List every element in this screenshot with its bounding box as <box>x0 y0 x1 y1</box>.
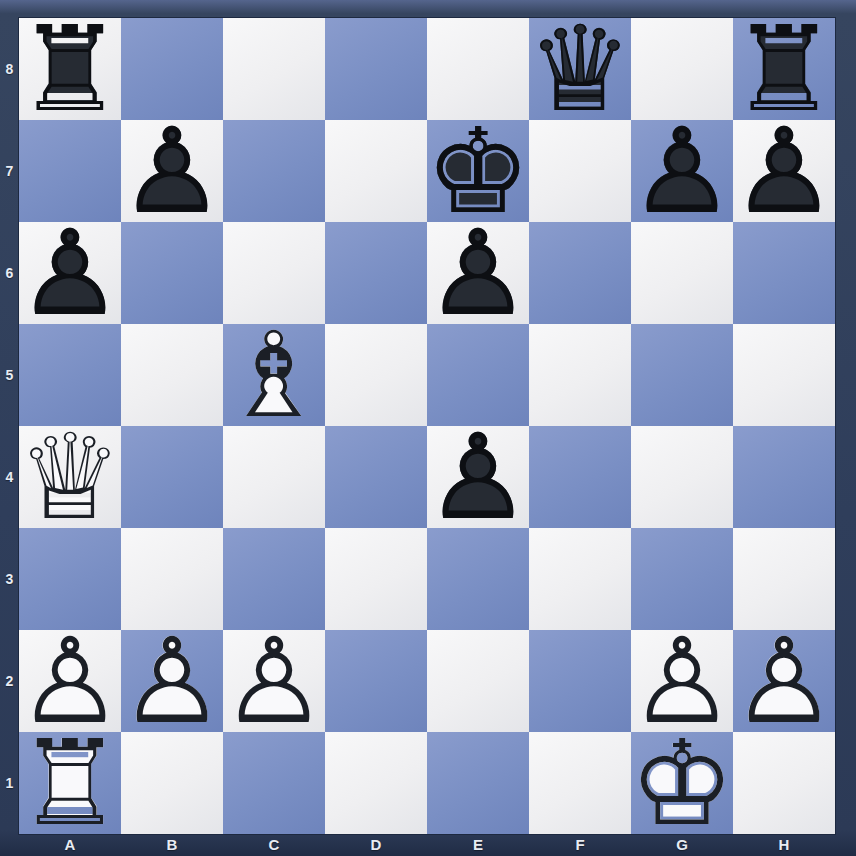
square-e3[interactable] <box>427 528 529 630</box>
rank-label-3: 3 <box>0 528 19 630</box>
white-queen-icon[interactable]: ♛♕ <box>19 426 121 528</box>
black-rook-icon[interactable]: ♜♖ <box>19 18 121 120</box>
square-a2[interactable]: ♟♙ <box>19 630 121 732</box>
square-g7[interactable]: ♟♙ <box>631 120 733 222</box>
piece-outline-layer: ♖ <box>733 18 835 120</box>
piece-fill-layer: ♛ <box>19 426 121 528</box>
square-f5[interactable] <box>529 324 631 426</box>
piece-fill-layer: ♚ <box>427 120 529 222</box>
square-b2[interactable]: ♟♙ <box>121 630 223 732</box>
piece-fill-layer: ♛ <box>529 18 631 120</box>
square-d2[interactable] <box>325 630 427 732</box>
white-bishop-icon[interactable]: ♝♗ <box>223 324 325 426</box>
file-label-c: C <box>223 834 325 856</box>
piece-outline-layer: ♔ <box>631 732 733 834</box>
black-king-icon[interactable]: ♚♔ <box>427 120 529 222</box>
piece-fill-layer: ♜ <box>19 18 121 120</box>
rank-labels: 87654321 <box>0 18 19 834</box>
file-label-d: D <box>325 834 427 856</box>
square-b4[interactable] <box>121 426 223 528</box>
square-b5[interactable] <box>121 324 223 426</box>
black-rook-icon[interactable]: ♜♖ <box>733 18 835 120</box>
file-label-e: E <box>427 834 529 856</box>
piece-fill-layer: ♟ <box>631 120 733 222</box>
piece-fill-layer: ♟ <box>427 426 529 528</box>
rank-label-1: 1 <box>0 732 19 834</box>
piece-outline-layer: ♗ <box>223 324 325 426</box>
piece-fill-layer: ♟ <box>121 120 223 222</box>
piece-fill-layer: ♟ <box>223 630 325 732</box>
square-e4[interactable]: ♟♙ <box>427 426 529 528</box>
file-label-h: H <box>733 834 835 856</box>
square-c2[interactable]: ♟♙ <box>223 630 325 732</box>
square-e7[interactable]: ♚♔ <box>427 120 529 222</box>
square-h8[interactable]: ♜♖ <box>733 18 835 120</box>
white-pawn-icon[interactable]: ♟♙ <box>733 630 835 732</box>
black-pawn-icon[interactable]: ♟♙ <box>631 120 733 222</box>
white-pawn-icon[interactable]: ♟♙ <box>19 630 121 732</box>
square-a8[interactable]: ♜♖ <box>19 18 121 120</box>
square-b6[interactable] <box>121 222 223 324</box>
white-pawn-icon[interactable]: ♟♙ <box>223 630 325 732</box>
piece-outline-layer: ♙ <box>733 120 835 222</box>
rank-label-7: 7 <box>0 120 19 222</box>
piece-fill-layer: ♚ <box>631 732 733 834</box>
piece-outline-layer: ♙ <box>631 630 733 732</box>
square-d5[interactable] <box>325 324 427 426</box>
square-f1[interactable] <box>529 732 631 834</box>
square-c3[interactable] <box>223 528 325 630</box>
piece-fill-layer: ♟ <box>631 630 733 732</box>
square-d7[interactable] <box>325 120 427 222</box>
white-rook-icon[interactable]: ♜♖ <box>19 732 121 834</box>
square-d3[interactable] <box>325 528 427 630</box>
rank-label-2: 2 <box>0 630 19 732</box>
square-e5[interactable] <box>427 324 529 426</box>
square-a4[interactable]: ♛♕ <box>19 426 121 528</box>
square-e2[interactable] <box>427 630 529 732</box>
square-h7[interactable]: ♟♙ <box>733 120 835 222</box>
piece-fill-layer: ♟ <box>427 222 529 324</box>
piece-fill-layer: ♟ <box>733 630 835 732</box>
square-b8[interactable] <box>121 18 223 120</box>
rank-label-5: 5 <box>0 324 19 426</box>
piece-fill-layer: ♜ <box>19 732 121 834</box>
piece-fill-layer: ♝ <box>223 324 325 426</box>
piece-outline-layer: ♔ <box>427 120 529 222</box>
square-h6[interactable] <box>733 222 835 324</box>
square-f8[interactable]: ♛♕ <box>529 18 631 120</box>
square-c1[interactable] <box>223 732 325 834</box>
piece-outline-layer: ♖ <box>19 18 121 120</box>
piece-outline-layer: ♙ <box>223 630 325 732</box>
piece-outline-layer: ♙ <box>121 630 223 732</box>
square-b7[interactable]: ♟♙ <box>121 120 223 222</box>
white-king-icon[interactable]: ♚♔ <box>631 732 733 834</box>
piece-outline-layer: ♕ <box>19 426 121 528</box>
square-a1[interactable]: ♜♖ <box>19 732 121 834</box>
square-e8[interactable] <box>427 18 529 120</box>
square-a5[interactable] <box>19 324 121 426</box>
square-h4[interactable] <box>733 426 835 528</box>
square-h3[interactable] <box>733 528 835 630</box>
black-pawn-icon[interactable]: ♟♙ <box>19 222 121 324</box>
piece-outline-layer: ♙ <box>733 630 835 732</box>
square-d4[interactable] <box>325 426 427 528</box>
square-d8[interactable] <box>325 18 427 120</box>
chessboard-frame: ♜♖♛♕♜♖♟♙♚♔♟♙♟♙♟♙♟♙♝♗♛♕♟♙♟♙♟♙♟♙♟♙♟♙♜♖♚♔ 8… <box>0 0 856 856</box>
square-a7[interactable] <box>19 120 121 222</box>
square-g1[interactable]: ♚♔ <box>631 732 733 834</box>
piece-outline-layer: ♙ <box>631 120 733 222</box>
square-a3[interactable] <box>19 528 121 630</box>
black-pawn-icon[interactable]: ♟♙ <box>427 222 529 324</box>
piece-outline-layer: ♖ <box>19 732 121 834</box>
white-pawn-icon[interactable]: ♟♙ <box>121 630 223 732</box>
piece-fill-layer: ♟ <box>19 630 121 732</box>
rank-label-6: 6 <box>0 222 19 324</box>
square-g8[interactable] <box>631 18 733 120</box>
white-pawn-icon[interactable]: ♟♙ <box>631 630 733 732</box>
file-label-b: B <box>121 834 223 856</box>
square-b1[interactable] <box>121 732 223 834</box>
square-g2[interactable]: ♟♙ <box>631 630 733 732</box>
square-e1[interactable] <box>427 732 529 834</box>
piece-outline-layer: ♙ <box>427 222 529 324</box>
square-h5[interactable] <box>733 324 835 426</box>
piece-outline-layer: ♙ <box>19 630 121 732</box>
square-f6[interactable] <box>529 222 631 324</box>
square-g4[interactable] <box>631 426 733 528</box>
square-f4[interactable] <box>529 426 631 528</box>
rank-label-4: 4 <box>0 426 19 528</box>
piece-outline-layer: ♙ <box>19 222 121 324</box>
square-c7[interactable] <box>223 120 325 222</box>
square-h2[interactable]: ♟♙ <box>733 630 835 732</box>
file-label-a: A <box>19 834 121 856</box>
black-pawn-icon[interactable]: ♟♙ <box>121 120 223 222</box>
piece-outline-layer: ♙ <box>427 426 529 528</box>
square-e6[interactable]: ♟♙ <box>427 222 529 324</box>
black-pawn-icon[interactable]: ♟♙ <box>427 426 529 528</box>
piece-fill-layer: ♟ <box>733 120 835 222</box>
square-d6[interactable] <box>325 222 427 324</box>
black-pawn-icon[interactable]: ♟♙ <box>733 120 835 222</box>
square-g6[interactable] <box>631 222 733 324</box>
square-f2[interactable] <box>529 630 631 732</box>
square-c4[interactable] <box>223 426 325 528</box>
piece-outline-layer: ♙ <box>121 120 223 222</box>
board: ♜♖♛♕♜♖♟♙♚♔♟♙♟♙♟♙♟♙♝♗♛♕♟♙♟♙♟♙♟♙♟♙♟♙♜♖♚♔ <box>19 18 835 834</box>
square-c6[interactable] <box>223 222 325 324</box>
piece-fill-layer: ♜ <box>733 18 835 120</box>
rank-label-8: 8 <box>0 18 19 120</box>
file-labels: ABCDEFGH <box>19 834 835 856</box>
piece-fill-layer: ♟ <box>121 630 223 732</box>
black-queen-icon[interactable]: ♛♕ <box>529 18 631 120</box>
square-h1[interactable] <box>733 732 835 834</box>
square-f3[interactable] <box>529 528 631 630</box>
file-label-g: G <box>631 834 733 856</box>
square-f7[interactable] <box>529 120 631 222</box>
square-g3[interactable] <box>631 528 733 630</box>
square-b3[interactable] <box>121 528 223 630</box>
piece-outline-layer: ♕ <box>529 18 631 120</box>
square-c8[interactable] <box>223 18 325 120</box>
square-d1[interactable] <box>325 732 427 834</box>
piece-fill-layer: ♟ <box>19 222 121 324</box>
square-a6[interactable]: ♟♙ <box>19 222 121 324</box>
square-g5[interactable] <box>631 324 733 426</box>
square-c5[interactable]: ♝♗ <box>223 324 325 426</box>
file-label-f: F <box>529 834 631 856</box>
